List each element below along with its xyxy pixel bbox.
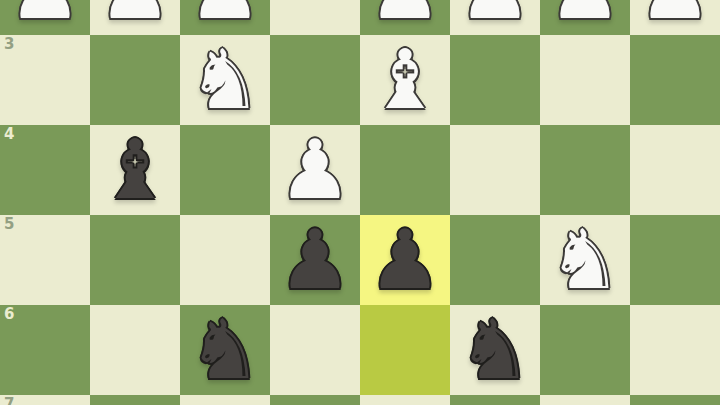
square-d7[interactable] [360,395,450,405]
square-d4[interactable] [360,125,450,215]
square-e4[interactable]: ♟ [270,125,360,215]
square-f7[interactable] [180,395,270,405]
square-b5[interactable]: ♞ [540,215,630,305]
square-c2[interactable]: ♟ [450,0,540,35]
white-pawn[interactable]: ♟ [360,0,450,35]
square-g5[interactable] [90,215,180,305]
square-d5[interactable]: ♟ [360,215,450,305]
square-f4[interactable] [180,125,270,215]
square-g7[interactable] [90,395,180,405]
square-h2[interactable]: ♟ [0,0,90,35]
black-knight[interactable]: ♞ [180,305,270,395]
white-pawn[interactable]: ♟ [0,0,90,35]
square-g2[interactable]: ♟ [90,0,180,35]
white-pawn[interactable]: ♟ [270,125,360,215]
square-b4[interactable] [540,125,630,215]
square-g3[interactable] [90,35,180,125]
square-c6[interactable]: ♞ [450,305,540,395]
white-knight[interactable]: ♞ [180,35,270,125]
square-d6[interactable] [360,305,450,395]
square-c4[interactable] [450,125,540,215]
square-a4[interactable] [630,125,720,215]
square-g6[interactable] [90,305,180,395]
square-h5[interactable]: 5 [0,215,90,305]
square-a3[interactable] [630,35,720,125]
square-d2[interactable]: ♟ [360,0,450,35]
black-bishop[interactable]: ♝ [90,125,180,215]
square-e5[interactable]: ♟ [270,215,360,305]
square-h6[interactable]: 6 [0,305,90,395]
square-c7[interactable] [450,395,540,405]
white-pawn[interactable]: ♟ [90,0,180,35]
square-h4[interactable]: 4 [0,125,90,215]
square-e2[interactable] [270,0,360,35]
square-f6[interactable]: ♞ [180,305,270,395]
rank-label-5: 5 [4,217,14,232]
white-pawn[interactable]: ♟ [630,0,720,35]
square-f2[interactable]: ♟ [180,0,270,35]
rank-label-7: 7 [4,397,14,405]
square-c3[interactable] [450,35,540,125]
square-f3[interactable]: ♞ [180,35,270,125]
rank-label-4: 4 [4,127,14,142]
square-b3[interactable] [540,35,630,125]
square-a5[interactable] [630,215,720,305]
square-a6[interactable] [630,305,720,395]
rank-label-6: 6 [4,307,14,322]
square-a2[interactable]: ♟ [630,0,720,35]
square-a7[interactable] [630,395,720,405]
square-e7[interactable] [270,395,360,405]
square-c5[interactable] [450,215,540,305]
square-e6[interactable] [270,305,360,395]
black-knight[interactable]: ♞ [450,305,540,395]
white-knight[interactable]: ♞ [540,215,630,305]
square-b2[interactable]: ♟ [540,0,630,35]
square-b6[interactable] [540,305,630,395]
white-pawn[interactable]: ♟ [450,0,540,35]
white-pawn[interactable]: ♟ [180,0,270,35]
square-g4[interactable]: ♝ [90,125,180,215]
white-pawn[interactable]: ♟ [540,0,630,35]
black-pawn[interactable]: ♟ [360,215,450,305]
chess-board: ♟♟♟♟♟♟♟3♞♝4♝♟5♟♟♞6♞♞7 [0,0,720,405]
square-b7[interactable] [540,395,630,405]
black-pawn[interactable]: ♟ [270,215,360,305]
square-f5[interactable] [180,215,270,305]
square-h7[interactable]: 7 [0,395,90,405]
white-bishop[interactable]: ♝ [360,35,450,125]
rank-label-3: 3 [4,37,14,52]
square-d3[interactable]: ♝ [360,35,450,125]
square-h3[interactable]: 3 [0,35,90,125]
square-e3[interactable] [270,35,360,125]
board-viewport: ♟♟♟♟♟♟♟3♞♝4♝♟5♟♟♞6♞♞7 [0,0,720,405]
